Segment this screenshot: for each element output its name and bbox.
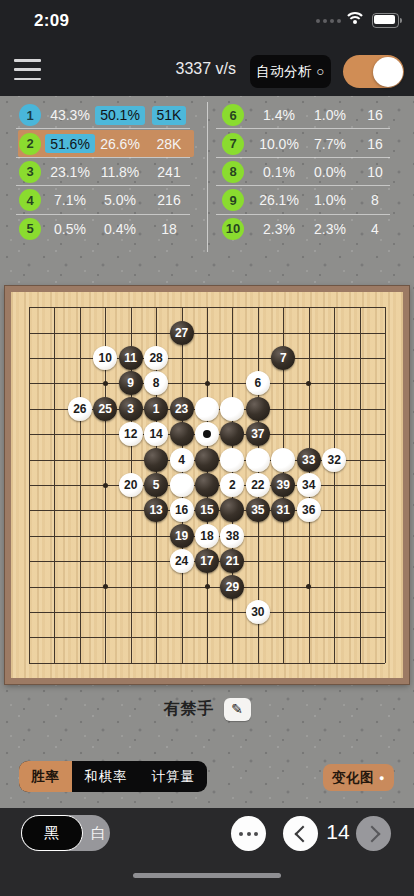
wifi-icon: [345, 12, 365, 28]
analysis-value: 216: [157, 192, 180, 208]
speed-readout: 3337 v/s: [176, 60, 236, 78]
analysis-value: 1.4%: [263, 107, 295, 123]
stone-black-move-39: 39: [271, 473, 295, 497]
battery-icon: [372, 13, 399, 28]
stone-black: [220, 422, 244, 446]
edit-rule-button[interactable]: ✎: [224, 698, 251, 721]
stone-white-move-28: 28: [144, 346, 168, 370]
stone-white: [220, 448, 244, 472]
stone-white-move-34: 34: [297, 473, 321, 497]
analysis-value: 0.0%: [314, 164, 346, 180]
variation-chart-label: 变化图: [332, 769, 374, 787]
stone-white-move-18: 18: [195, 524, 219, 548]
move-rank-badge: 2: [19, 133, 41, 155]
stone-black-move-31: 31: [271, 498, 295, 522]
status-bar: 2:09: [0, 0, 414, 44]
analysis-value: 1.0%: [314, 192, 346, 208]
stone-black-move-5: 5: [144, 473, 168, 497]
stone-white-move-24: 24: [170, 549, 194, 573]
chevron-left-icon: [294, 825, 311, 842]
analysis-value: 43.3%: [50, 107, 90, 123]
variation-chart-button[interactable]: 变化图 ●: [323, 764, 394, 791]
analysis-right-column: 61.4%1.0%16710.0%7.7%1680.1%0.0%10926.1%…: [216, 101, 394, 243]
ellipsis-icon: [239, 832, 258, 836]
stone-white-move-2: 2: [220, 473, 244, 497]
stone-black: [195, 448, 219, 472]
analysis-value: 0.4%: [104, 221, 136, 237]
stone-white: [246, 448, 270, 472]
analysis-value: 7.7%: [314, 136, 346, 152]
stone-black-move-1: 1: [144, 397, 168, 421]
analysis-value: 10.0%: [259, 136, 299, 152]
gomoku-board[interactable]: 1234567891011121314151617181920212223242…: [5, 286, 409, 684]
star-point: [205, 584, 210, 589]
grid-line-horizontal: [29, 637, 385, 638]
stone-white: [220, 397, 244, 421]
analysis-row-7[interactable]: 710.0%7.7%16: [216, 129, 394, 157]
stone-black: [144, 448, 168, 472]
segment-和棋率[interactable]: 和棋率: [72, 761, 140, 792]
move-rank-badge: 7: [222, 133, 244, 155]
analysis-toggle[interactable]: [343, 55, 404, 88]
bottom-bar: 白 黑 14: [0, 808, 414, 896]
stone-black-move-17: 17: [195, 549, 219, 573]
grid-line-vertical: [360, 307, 361, 663]
side-toggle[interactable]: 白 黑: [21, 815, 110, 851]
analysis-value: 26.6%: [100, 136, 140, 152]
menu-icon[interactable]: [14, 59, 41, 80]
stone-black-move-11: 11: [119, 346, 143, 370]
stone-white-move-30: 30: [246, 600, 270, 624]
grid-line-vertical: [385, 307, 386, 663]
analysis-value: 5.0%: [104, 192, 136, 208]
grid-line-vertical: [334, 307, 335, 663]
analysis-value: 0.5%: [54, 221, 86, 237]
stone-black-move-15: 15: [195, 498, 219, 522]
stone-white: [170, 473, 194, 497]
analysis-row-6[interactable]: 61.4%1.0%16: [216, 101, 394, 129]
stone-black-move-25: 25: [93, 397, 117, 421]
star-point: [306, 381, 311, 386]
star-point: [103, 381, 108, 386]
move-rank-badge: 8: [222, 161, 244, 183]
analysis-row-5[interactable]: 50.5%0.4%18: [16, 215, 194, 243]
stone-black-move-27: 27: [170, 321, 194, 345]
stone-white-move-38: 38: [220, 524, 244, 548]
stone-black-move-37: 37: [246, 422, 270, 446]
auto-analysis-button[interactable]: 自动分析 ○: [250, 55, 331, 88]
stone-white: [195, 422, 219, 446]
stone-black-move-19: 19: [170, 524, 194, 548]
move-counter: 14: [322, 820, 354, 844]
analysis-row-8[interactable]: 80.1%0.0%10: [216, 158, 394, 186]
clock: 2:09: [34, 11, 69, 31]
analysis-value: 16: [367, 107, 383, 123]
analysis-row-3[interactable]: 323.1%11.8%241: [16, 158, 194, 186]
stone-white-move-10: 10: [93, 346, 117, 370]
analysis-value: 241: [157, 164, 180, 180]
analysis-value: 16: [367, 136, 383, 152]
analysis-value: 0.1%: [263, 164, 295, 180]
analysis-row-4[interactable]: 47.1%5.0%216: [16, 186, 194, 214]
analysis-value: 8: [371, 192, 379, 208]
home-indicator[interactable]: [133, 873, 281, 878]
move-rank-badge: 9: [222, 189, 244, 211]
prev-move-button[interactable]: [283, 816, 318, 851]
stone-white-move-22: 22: [246, 473, 270, 497]
segment-胜率[interactable]: 胜率: [19, 761, 72, 792]
more-button[interactable]: [231, 816, 266, 851]
analysis-value: 2.3%: [263, 221, 295, 237]
next-move-button[interactable]: [356, 816, 391, 851]
star-point: [205, 381, 210, 386]
star-point: [103, 584, 108, 589]
side-toggle-black-knob: 黑: [21, 815, 83, 851]
stone-white-move-8: 8: [144, 371, 168, 395]
analysis-value: 4: [371, 221, 379, 237]
analysis-value: 28K: [157, 136, 182, 152]
analysis-value: 23.1%: [50, 164, 90, 180]
stone-white: [195, 397, 219, 421]
rule-row: 有禁手 ✎: [0, 694, 414, 724]
cellular-signal-icon: [316, 19, 341, 23]
stone-black-move-7: 7: [271, 346, 295, 370]
analysis-value: 18: [161, 221, 177, 237]
analysis-value: 51.6%: [45, 134, 95, 153]
stone-white-move-16: 16: [170, 498, 194, 522]
last-move-marker: [203, 430, 211, 438]
stone-black: [170, 422, 194, 446]
stone-black: [220, 498, 244, 522]
analysis-value: 7.1%: [54, 192, 86, 208]
column-divider: [207, 102, 208, 252]
analysis-value: 50.1%: [95, 106, 145, 125]
grid-line-horizontal: [29, 663, 385, 664]
analysis-value: 1.0%: [314, 107, 346, 123]
grid-line-horizontal: [29, 612, 385, 613]
move-rank-badge: 6: [222, 104, 244, 126]
analysis-row-2[interactable]: 251.6%26.6%28K: [16, 129, 194, 157]
stone-black: [195, 473, 219, 497]
stone-white-move-26: 26: [68, 397, 92, 421]
stone-white-move-12: 12: [119, 422, 143, 446]
stone-white: [271, 448, 295, 472]
stone-white-move-6: 6: [246, 371, 270, 395]
toggle-knob: [373, 57, 403, 87]
move-rank-badge: 5: [19, 218, 41, 240]
side-toggle-white-label: 白: [91, 815, 121, 851]
analysis-value: 11.8%: [101, 164, 140, 180]
stone-black-move-35: 35: [246, 498, 270, 522]
stone-white-move-20: 20: [119, 473, 143, 497]
variation-dot-icon: ●: [379, 773, 385, 783]
analysis-row-9[interactable]: 926.1%1.0%8: [216, 186, 394, 214]
metric-segmented-control: 胜率和棋率计算量: [19, 761, 207, 792]
rule-label: 有禁手: [164, 699, 215, 720]
stone-black-move-33: 33: [297, 448, 321, 472]
stone-white-move-4: 4: [170, 448, 194, 472]
analysis-row-10[interactable]: 102.3%2.3%4: [216, 215, 394, 243]
pencil-icon: ✎: [231, 701, 243, 717]
analysis-left-column: 143.3%50.1%51K251.6%26.6%28K323.1%11.8%2…: [16, 101, 194, 243]
analysis-value: 2.3%: [314, 221, 346, 237]
analysis-row-1[interactable]: 143.3%50.1%51K: [16, 101, 194, 129]
analysis-panel: 143.3%50.1%51K251.6%26.6%28K323.1%11.8%2…: [0, 96, 414, 258]
move-rank-badge: 1: [19, 104, 41, 126]
nav-bar: 3337 v/s 自动分析 ○: [0, 44, 414, 96]
move-rank-badge: 4: [19, 189, 41, 211]
app-screen: 2:09 3337 v/s 自动分析 ○ 143.3%50.1%51K251.6…: [0, 0, 414, 896]
segment-计算量[interactable]: 计算量: [140, 761, 208, 792]
stone-white-move-14: 14: [144, 422, 168, 446]
move-rank-badge: 3: [19, 161, 41, 183]
stone-black-move-23: 23: [170, 397, 194, 421]
stone-black-move-13: 13: [144, 498, 168, 522]
stone-black-move-9: 9: [119, 371, 143, 395]
star-point: [103, 483, 108, 488]
top-dark-area: 2:09 3337 v/s 自动分析 ○: [0, 0, 414, 96]
move-rank-badge: 10: [222, 218, 244, 240]
toolbar: 胜率和棋率计算量 变化图 ●: [0, 761, 414, 793]
stone-white-move-36: 36: [297, 498, 321, 522]
stone-black-move-21: 21: [220, 549, 244, 573]
stone-black-move-3: 3: [119, 397, 143, 421]
stone-black-move-29: 29: [220, 575, 244, 599]
stone-white-move-32: 32: [322, 448, 346, 472]
chevron-right-icon: [363, 825, 380, 842]
analysis-value: 26.1%: [259, 192, 299, 208]
analysis-value: 10: [367, 164, 383, 180]
analysis-value: 51K: [152, 106, 187, 125]
stone-black: [246, 397, 270, 421]
star-point: [306, 584, 311, 589]
